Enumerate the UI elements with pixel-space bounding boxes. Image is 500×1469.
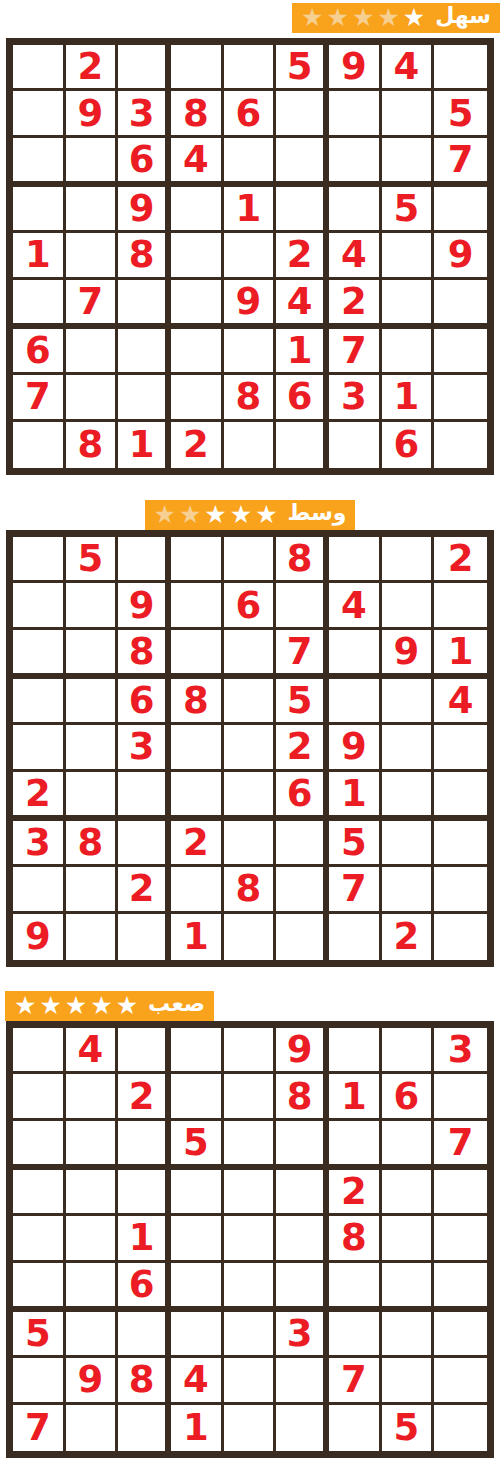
sudoku-cell[interactable]: 2 <box>66 45 119 91</box>
sudoku-cell[interactable] <box>329 1121 382 1170</box>
sudoku-cell[interactable]: 2 <box>118 1074 171 1120</box>
star-empty-icon: ★ <box>179 502 201 527</box>
sudoku-cell[interactable] <box>382 867 435 913</box>
star-filled-icon: ★ <box>204 502 226 527</box>
sudoku-cell[interactable] <box>13 138 66 187</box>
sudoku-grid-medium: 582964879168543292613825287912 <box>6 530 494 967</box>
sudoku-cell[interactable] <box>118 772 171 821</box>
sudoku-cell[interactable] <box>171 1263 224 1312</box>
sudoku-cell[interactable] <box>171 867 224 913</box>
puzzle-hard: ★★★★★ صعب 4932816572186539847715 <box>0 991 500 1458</box>
sudoku-cell[interactable] <box>382 1263 435 1312</box>
sudoku-cell[interactable] <box>171 772 224 821</box>
puzzle-easy: ★★★★★ سهل 259493865647915182497942617786… <box>0 3 500 475</box>
sudoku-cell[interactable]: 2 <box>118 867 171 913</box>
sudoku-cell[interactable] <box>434 867 487 913</box>
sudoku-cell[interactable] <box>66 375 119 421</box>
difficulty-label-easy: سهل <box>435 5 491 27</box>
sudoku-cell[interactable]: 2 <box>276 233 329 279</box>
sudoku-cell[interactable]: 6 <box>382 422 435 468</box>
sudoku-cell[interactable]: 1 <box>118 1216 171 1262</box>
sudoku-cell[interactable] <box>66 187 119 233</box>
sudoku-cell[interactable] <box>434 772 487 821</box>
sudoku-cell[interactable]: 2 <box>382 914 435 960</box>
sudoku-cell[interactable] <box>118 1405 171 1451</box>
sudoku-cell[interactable] <box>13 280 66 329</box>
sudoku-cell[interactable] <box>171 1170 224 1216</box>
sudoku-cell[interactable] <box>13 867 66 913</box>
sudoku-cell[interactable] <box>224 679 277 725</box>
sudoku-cell[interactable]: 7 <box>434 1121 487 1170</box>
star-filled-icon: ★ <box>255 502 277 527</box>
sudoku-cell[interactable]: 2 <box>13 772 66 821</box>
sudoku-cell[interactable]: 9 <box>224 280 277 329</box>
sudoku-cell[interactable]: 8 <box>276 537 329 583</box>
sudoku-cell[interactable] <box>382 772 435 821</box>
sudoku-cell[interactable] <box>434 1216 487 1262</box>
sudoku-cell[interactable] <box>13 583 66 629</box>
sudoku-cell[interactable]: 1 <box>13 233 66 279</box>
sudoku-cell[interactable] <box>171 1312 224 1358</box>
sudoku-cell[interactable] <box>171 1216 224 1262</box>
sudoku-cell[interactable]: 3 <box>329 375 382 421</box>
sudoku-cell[interactable] <box>382 329 435 375</box>
sudoku-cell[interactable] <box>66 1074 119 1120</box>
sudoku-cell[interactable]: 9 <box>329 45 382 91</box>
sudoku-cell[interactable]: 6 <box>276 772 329 821</box>
sudoku-cell[interactable] <box>382 583 435 629</box>
sudoku-cell[interactable] <box>276 1216 329 1262</box>
sudoku-cell[interactable]: 4 <box>171 138 224 187</box>
sudoku-cell[interactable]: 2 <box>329 280 382 329</box>
sudoku-cell[interactable]: 7 <box>434 138 487 187</box>
sudoku-cell[interactable]: 2 <box>276 725 329 771</box>
sudoku-cell[interactable]: 1 <box>171 1405 224 1451</box>
sudoku-cell[interactable] <box>171 280 224 329</box>
sudoku-cell[interactable] <box>434 375 487 421</box>
sudoku-cell[interactable] <box>224 914 277 960</box>
sudoku-cell[interactable]: 4 <box>66 1028 119 1074</box>
sudoku-cell[interactable]: 7 <box>66 280 119 329</box>
sudoku-cell[interactable]: 8 <box>171 679 224 725</box>
sudoku-cell[interactable]: 8 <box>66 422 119 468</box>
sudoku-cell[interactable] <box>66 1216 119 1262</box>
sudoku-cell[interactable] <box>118 537 171 583</box>
sudoku-cell[interactable] <box>276 1170 329 1216</box>
sudoku-cell[interactable] <box>224 1312 277 1358</box>
sudoku-cell[interactable] <box>329 630 382 679</box>
sudoku-cell[interactable] <box>171 583 224 629</box>
sudoku-cell[interactable]: 2 <box>171 422 224 468</box>
sudoku-cell[interactable]: 8 <box>118 233 171 279</box>
sudoku-cell[interactable]: 4 <box>329 233 382 279</box>
sudoku-cell[interactable] <box>66 583 119 629</box>
sudoku-cell[interactable] <box>434 1312 487 1358</box>
sudoku-cell[interactable]: 6 <box>224 91 277 137</box>
sudoku-cell[interactable] <box>171 1028 224 1074</box>
sudoku-cell[interactable]: 7 <box>329 329 382 375</box>
sudoku-cell[interactable]: 2 <box>329 1170 382 1216</box>
sudoku-cell[interactable] <box>224 422 277 468</box>
star-filled-icon: ★ <box>403 5 425 30</box>
sudoku-cell[interactable] <box>276 187 329 233</box>
sudoku-cell[interactable] <box>171 375 224 421</box>
sudoku-cell[interactable] <box>382 725 435 771</box>
sudoku-cell[interactable] <box>118 1121 171 1170</box>
sudoku-cell[interactable] <box>329 914 382 960</box>
sudoku-cell[interactable] <box>382 233 435 279</box>
sudoku-cell[interactable] <box>382 138 435 187</box>
sudoku-cell[interactable]: 7 <box>13 375 66 421</box>
sudoku-cell[interactable] <box>434 187 487 233</box>
sudoku-cell[interactable]: 9 <box>434 233 487 279</box>
sudoku-cell[interactable] <box>224 772 277 821</box>
sudoku-cell[interactable]: 6 <box>118 679 171 725</box>
sudoku-cell[interactable]: 1 <box>118 422 171 468</box>
star-filled-icon: ★ <box>116 993 138 1018</box>
sudoku-cell[interactable] <box>13 1263 66 1312</box>
sudoku-cell[interactable]: 1 <box>434 630 487 679</box>
sudoku-cell[interactable] <box>434 725 487 771</box>
sudoku-cell[interactable]: 7 <box>329 1358 382 1404</box>
sudoku-cell[interactable] <box>276 821 329 867</box>
sudoku-cell[interactable] <box>382 280 435 329</box>
sudoku-cell[interactable] <box>276 1263 329 1312</box>
sudoku-cell[interactable] <box>118 375 171 421</box>
difficulty-banner-medium: ★★★★★ وسط <box>145 500 356 530</box>
sudoku-cell[interactable] <box>13 1028 66 1074</box>
sudoku-cell[interactable]: 2 <box>434 537 487 583</box>
sudoku-cell[interactable] <box>171 187 224 233</box>
sudoku-cell[interactable] <box>66 772 119 821</box>
sudoku-cell[interactable]: 3 <box>118 91 171 137</box>
sudoku-cell[interactable] <box>66 679 119 725</box>
sudoku-cell[interactable]: 1 <box>276 329 329 375</box>
sudoku-cell[interactable] <box>329 537 382 583</box>
sudoku-cell[interactable] <box>118 1028 171 1074</box>
sudoku-cell[interactable]: 8 <box>329 1216 382 1262</box>
sudoku-cell[interactable]: 9 <box>13 914 66 960</box>
star-filled-icon: ★ <box>230 502 252 527</box>
sudoku-cell[interactable] <box>276 1358 329 1404</box>
sudoku-grid-hard: 4932816572186539847715 <box>6 1021 494 1458</box>
sudoku-cell[interactable] <box>224 630 277 679</box>
sudoku-cell[interactable] <box>171 329 224 375</box>
sudoku-cell[interactable] <box>171 1074 224 1120</box>
puzzle-page: ★★★★★ سهل 259493865647915182497942617786… <box>0 3 500 1458</box>
sudoku-cell[interactable] <box>224 1358 277 1404</box>
star-rating-hard: ★★★★★ <box>14 994 138 1019</box>
sudoku-cell[interactable] <box>66 1312 119 1358</box>
sudoku-cell[interactable] <box>434 1405 487 1451</box>
sudoku-cell[interactable]: 8 <box>171 91 224 137</box>
sudoku-cell[interactable]: 8 <box>224 375 277 421</box>
sudoku-cell[interactable] <box>171 45 224 91</box>
sudoku-cell[interactable] <box>434 1263 487 1312</box>
sudoku-cell[interactable] <box>13 537 66 583</box>
sudoku-cell[interactable]: 5 <box>276 679 329 725</box>
sudoku-cell[interactable]: 9 <box>329 725 382 771</box>
sudoku-grid-easy: 259493865647915182497942617786318126 <box>6 38 494 475</box>
sudoku-cell[interactable]: 9 <box>382 630 435 679</box>
sudoku-cell[interactable]: 9 <box>118 583 171 629</box>
sudoku-cell[interactable] <box>66 725 119 771</box>
sudoku-cell[interactable] <box>13 45 66 91</box>
sudoku-cell[interactable] <box>224 821 277 867</box>
sudoku-cell[interactable] <box>434 583 487 629</box>
sudoku-cell[interactable] <box>118 821 171 867</box>
sudoku-cell[interactable] <box>224 1263 277 1312</box>
star-filled-icon: ★ <box>39 993 61 1018</box>
sudoku-cell[interactable] <box>382 679 435 725</box>
star-empty-icon: ★ <box>327 5 349 30</box>
star-filled-icon: ★ <box>90 993 112 1018</box>
sudoku-cell[interactable] <box>382 1121 435 1170</box>
sudoku-cell[interactable] <box>118 914 171 960</box>
sudoku-cell[interactable] <box>434 1358 487 1404</box>
sudoku-cell[interactable] <box>276 1121 329 1170</box>
sudoku-cell[interactable]: 6 <box>382 1074 435 1120</box>
sudoku-cell[interactable]: 3 <box>434 1028 487 1074</box>
difficulty-banner-hard: ★★★★★ صعب <box>5 991 214 1021</box>
sudoku-cell[interactable] <box>66 1121 119 1170</box>
sudoku-cell[interactable]: 5 <box>434 91 487 137</box>
star-filled-icon: ★ <box>65 993 87 1018</box>
sudoku-cell[interactable] <box>329 1405 382 1451</box>
sudoku-cell[interactable]: 8 <box>276 1074 329 1120</box>
sudoku-cell[interactable] <box>13 1216 66 1262</box>
sudoku-cell[interactable] <box>329 1263 382 1312</box>
sudoku-cell[interactable] <box>224 1028 277 1074</box>
sudoku-cell[interactable] <box>224 1216 277 1262</box>
sudoku-cell[interactable]: 7 <box>329 867 382 913</box>
sudoku-cell[interactable]: 4 <box>382 45 435 91</box>
sudoku-cell[interactable]: 8 <box>224 867 277 913</box>
sudoku-cell[interactable] <box>13 91 66 137</box>
sudoku-cell[interactable] <box>66 914 119 960</box>
sudoku-cell[interactable] <box>382 1358 435 1404</box>
sudoku-cell[interactable]: 1 <box>329 772 382 821</box>
sudoku-cell[interactable]: 6 <box>224 583 277 629</box>
sudoku-cell[interactable] <box>66 1405 119 1451</box>
sudoku-cell[interactable] <box>224 1170 277 1216</box>
sudoku-cell[interactable] <box>224 138 277 187</box>
sudoku-cell[interactable]: 2 <box>171 821 224 867</box>
sudoku-cell[interactable]: 4 <box>171 1358 224 1404</box>
star-filled-icon: ★ <box>14 993 36 1018</box>
sudoku-cell[interactable]: 4 <box>329 583 382 629</box>
sudoku-cell[interactable] <box>382 537 435 583</box>
sudoku-cell[interactable] <box>434 422 487 468</box>
sudoku-cell[interactable]: 5 <box>382 1405 435 1451</box>
sudoku-cell[interactable] <box>224 45 277 91</box>
sudoku-cell[interactable]: 5 <box>13 1312 66 1358</box>
sudoku-cell[interactable] <box>382 821 435 867</box>
sudoku-cell[interactable] <box>13 1170 66 1216</box>
sudoku-cell[interactable] <box>276 1405 329 1451</box>
sudoku-cell[interactable]: 5 <box>382 187 435 233</box>
sudoku-cell[interactable] <box>66 329 119 375</box>
sudoku-cell[interactable] <box>171 233 224 279</box>
difficulty-label-medium: وسط <box>288 502 347 524</box>
sudoku-cell[interactable]: 8 <box>118 1358 171 1404</box>
star-empty-icon: ★ <box>352 5 374 30</box>
star-rating-medium: ★★★★★ <box>154 503 278 528</box>
sudoku-cell[interactable]: 1 <box>382 375 435 421</box>
sudoku-cell[interactable] <box>13 725 66 771</box>
sudoku-cell[interactable]: 9 <box>66 91 119 137</box>
sudoku-cell[interactable]: 5 <box>66 537 119 583</box>
sudoku-cell[interactable] <box>224 329 277 375</box>
sudoku-cell[interactable]: 8 <box>118 630 171 679</box>
sudoku-cell[interactable]: 6 <box>118 138 171 187</box>
sudoku-cell[interactable]: 9 <box>276 1028 329 1074</box>
sudoku-cell[interactable] <box>118 45 171 91</box>
star-empty-icon: ★ <box>301 5 323 30</box>
sudoku-cell[interactable] <box>66 233 119 279</box>
sudoku-cell[interactable] <box>66 1263 119 1312</box>
sudoku-cell[interactable] <box>224 1121 277 1170</box>
sudoku-cell[interactable]: 6 <box>13 329 66 375</box>
sudoku-cell[interactable] <box>118 1312 171 1358</box>
sudoku-cell[interactable] <box>118 280 171 329</box>
sudoku-cell[interactable]: 8 <box>66 821 119 867</box>
sudoku-cell[interactable] <box>276 583 329 629</box>
sudoku-cell[interactable] <box>171 725 224 771</box>
difficulty-label-hard: صعب <box>148 993 205 1015</box>
sudoku-cell[interactable] <box>276 422 329 468</box>
sudoku-cell[interactable] <box>66 630 119 679</box>
sudoku-cell[interactable]: 5 <box>171 1121 224 1170</box>
sudoku-cell[interactable]: 6 <box>276 375 329 421</box>
sudoku-cell[interactable]: 9 <box>118 187 171 233</box>
sudoku-cell[interactable] <box>329 679 382 725</box>
sudoku-cell[interactable]: 4 <box>434 679 487 725</box>
sudoku-cell[interactable] <box>66 1170 119 1216</box>
sudoku-cell[interactable] <box>434 1074 487 1120</box>
sudoku-cell[interactable] <box>382 91 435 137</box>
sudoku-cell[interactable] <box>329 1312 382 1358</box>
sudoku-cell[interactable]: 3 <box>13 821 66 867</box>
sudoku-cell[interactable]: 7 <box>13 1405 66 1451</box>
sudoku-cell[interactable] <box>13 1121 66 1170</box>
sudoku-cell[interactable] <box>276 914 329 960</box>
sudoku-cell[interactable] <box>434 821 487 867</box>
sudoku-cell[interactable]: 3 <box>118 725 171 771</box>
sudoku-cell[interactable] <box>224 233 277 279</box>
sudoku-cell[interactable] <box>382 1170 435 1216</box>
sudoku-cell[interactable] <box>329 138 382 187</box>
sudoku-cell[interactable] <box>224 1074 277 1120</box>
sudoku-cell[interactable] <box>224 1405 277 1451</box>
sudoku-cell[interactable] <box>434 329 487 375</box>
sudoku-cell[interactable] <box>224 725 277 771</box>
sudoku-cell[interactable] <box>13 630 66 679</box>
sudoku-cell[interactable] <box>382 1312 435 1358</box>
sudoku-cell[interactable] <box>66 138 119 187</box>
sudoku-cell[interactable] <box>382 1028 435 1074</box>
sudoku-cell[interactable] <box>329 187 382 233</box>
sudoku-cell[interactable]: 3 <box>276 1312 329 1358</box>
sudoku-cell[interactable] <box>171 537 224 583</box>
sudoku-cell[interactable] <box>434 914 487 960</box>
sudoku-cell[interactable]: 9 <box>66 1358 119 1404</box>
sudoku-cell[interactable] <box>276 91 329 137</box>
sudoku-cell[interactable] <box>13 422 66 468</box>
sudoku-cell[interactable]: 6 <box>118 1263 171 1312</box>
sudoku-cell[interactable] <box>434 45 487 91</box>
sudoku-cell[interactable] <box>171 630 224 679</box>
sudoku-cell[interactable]: 5 <box>329 821 382 867</box>
sudoku-cell[interactable] <box>13 1358 66 1404</box>
sudoku-cell[interactable]: 7 <box>276 630 329 679</box>
sudoku-cell[interactable] <box>276 867 329 913</box>
sudoku-cell[interactable]: 1 <box>171 914 224 960</box>
sudoku-cell[interactable] <box>13 187 66 233</box>
sudoku-cell[interactable] <box>382 1216 435 1262</box>
sudoku-cell[interactable] <box>13 1074 66 1120</box>
sudoku-cell[interactable] <box>434 1170 487 1216</box>
sudoku-cell[interactable]: 1 <box>329 1074 382 1120</box>
sudoku-cell[interactable]: 5 <box>276 45 329 91</box>
sudoku-cell[interactable] <box>66 867 119 913</box>
sudoku-cell[interactable] <box>329 422 382 468</box>
sudoku-cell[interactable] <box>329 1028 382 1074</box>
sudoku-cell[interactable]: 1 <box>224 187 277 233</box>
difficulty-banner-easy: ★★★★★ سهل <box>292 3 500 33</box>
sudoku-cell[interactable] <box>118 329 171 375</box>
star-empty-icon: ★ <box>154 502 176 527</box>
star-empty-icon: ★ <box>377 5 399 30</box>
puzzle-medium: ★★★★★ وسط 582964879168543292613825287912 <box>0 500 500 967</box>
sudoku-cell[interactable] <box>118 1170 171 1216</box>
star-rating-easy: ★★★★★ <box>301 6 425 31</box>
sudoku-cell[interactable]: 4 <box>276 280 329 329</box>
sudoku-cell[interactable] <box>224 537 277 583</box>
sudoku-cell[interactable] <box>329 91 382 137</box>
sudoku-cell[interactable] <box>434 280 487 329</box>
sudoku-cell[interactable] <box>276 138 329 187</box>
sudoku-cell[interactable] <box>13 679 66 725</box>
